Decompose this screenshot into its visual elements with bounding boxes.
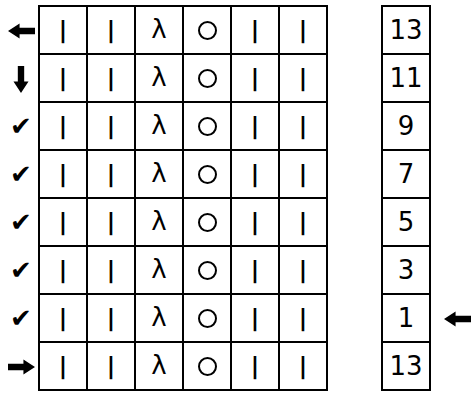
yarn-over-icon [198,357,217,376]
knit-stitch-glyph: | [107,19,115,42]
knit-stitch-glyph: | [107,67,115,90]
yarn-over-icon [198,213,217,232]
stitch-cell-knit-stitch: | [40,295,88,343]
stitch-cell-ssk-decrease: λ [136,151,184,199]
ssk-glyph: λ [151,64,166,90]
stitch-cell-ssk-decrease: λ [136,343,184,391]
stitch-cell-knit-stitch: | [88,151,136,199]
check-icon: ✔ [10,305,32,331]
knit-stitch-glyph: | [107,307,115,330]
pointer-cell [440,7,474,55]
row-number: 7 [398,161,415,187]
knit-stitch-glyph: | [299,67,307,90]
yarn-over-icon [198,165,217,184]
knit-stitch-glyph: | [107,211,115,234]
stitch-cell-ssk-decrease: λ [136,199,184,247]
row-numbers-column: 13119753113 [381,5,431,391]
stitch-cell-knit-stitch: | [280,343,328,391]
stitch-cell-knit-stitch: | [88,7,136,55]
row-marks-column: ✔✔✔✔✔ [4,7,38,391]
row-mark-cell: ✔ [4,151,38,199]
stitch-cell-knit-stitch: | [88,199,136,247]
pointer-cell [440,55,474,103]
row-mark-cell [4,7,38,55]
yarn-over-icon [198,21,217,40]
ssk-glyph: λ [151,256,166,282]
check-icon: ✔ [10,161,32,187]
row-number-cell: 11 [383,55,431,103]
row-mark-cell: ✔ [4,295,38,343]
stitch-cell-knit-stitch: | [232,247,280,295]
knit-stitch-glyph: | [251,67,259,90]
knit-stitch-glyph: | [251,19,259,42]
row-number-cell: 9 [383,103,431,151]
knit-stitch-glyph: | [107,259,115,282]
knit-stitch-glyph: | [59,67,67,90]
stitch-cell-yarn-over [184,55,232,103]
stitch-cell-knit-stitch: | [88,247,136,295]
stitch-cell-knit-stitch: | [280,295,328,343]
stitch-cell-ssk-decrease: λ [136,7,184,55]
current-row-pointer-column [440,7,474,391]
check-icon: ✔ [10,257,32,283]
knit-stitch-glyph: | [299,115,307,138]
check-icon: ✔ [10,209,32,235]
knit-stitch-glyph: | [107,115,115,138]
stitch-cell-knit-stitch: | [88,295,136,343]
stitch-cell-knit-stitch: | [232,295,280,343]
stitch-cell-ssk-decrease: λ [136,295,184,343]
stitch-cell-knit-stitch: | [40,247,88,295]
knit-stitch-glyph: | [107,163,115,186]
ssk-glyph: λ [151,304,166,330]
stitch-cell-knit-stitch: | [88,55,136,103]
row-number-cell: 13 [383,7,431,55]
row-number-cell: 13 [383,343,431,391]
stitch-cell-yarn-over [184,103,232,151]
row-number: 13 [389,353,422,379]
ssk-glyph: λ [151,208,166,234]
stitch-cell-knit-stitch: | [40,151,88,199]
ssk-glyph: λ [151,16,166,42]
knit-stitch-glyph: | [251,115,259,138]
knit-stitch-glyph: | [107,355,115,378]
stitch-cell-knit-stitch: | [88,103,136,151]
pointer-cell [440,295,474,343]
chart-layout: ✔✔✔✔✔ ||λ||||λ||||λ||||λ||||λ||||λ||||λ|… [0,0,474,391]
knit-stitch-glyph: | [299,259,307,282]
row-number-cell: 1 [383,295,431,343]
stitch-cell-knit-stitch: | [40,103,88,151]
knit-stitch-glyph: | [299,211,307,234]
knit-stitch-glyph: | [59,19,67,42]
ssk-glyph: λ [151,352,166,378]
yarn-over-icon [198,117,217,136]
knit-stitch-glyph: | [59,259,67,282]
knit-stitch-glyph: | [251,355,259,378]
stitch-cell-knit-stitch: | [40,343,88,391]
pointer-cell [440,343,474,391]
knit-stitch-glyph: | [59,211,67,234]
right-arrow-icon [8,358,35,376]
stitch-cell-knit-stitch: | [280,199,328,247]
row-number-cell: 3 [383,247,431,295]
stitch-cell-yarn-over [184,199,232,247]
stitch-cell-knit-stitch: | [232,103,280,151]
stitch-cell-knit-stitch: | [232,343,280,391]
knit-stitch-glyph: | [251,307,259,330]
knit-stitch-glyph: | [299,307,307,330]
row-number-cell: 7 [383,151,431,199]
current-row-pointer-icon [444,310,471,328]
knit-stitch-glyph: | [251,211,259,234]
row-mark-cell [4,55,38,103]
stitch-cell-knit-stitch: | [40,199,88,247]
stitch-cell-knit-stitch: | [280,7,328,55]
down-arrow-icon [12,66,30,93]
stitch-cell-ssk-decrease: λ [136,55,184,103]
knit-stitch-glyph: | [251,163,259,186]
knit-stitch-glyph: | [59,307,67,330]
row-number-cell: 5 [383,199,431,247]
knit-stitch-glyph: | [299,355,307,378]
stitch-cell-knit-stitch: | [280,103,328,151]
stitch-grid: ||λ||||λ||||λ||||λ||||λ||||λ||||λ||||λ|| [38,5,328,391]
knitting-chart: ✔✔✔✔✔ ||λ||||λ||||λ||||λ||||λ||||λ||||λ|… [0,0,474,399]
row-number: 3 [398,257,415,283]
stitch-cell-knit-stitch: | [232,151,280,199]
ssk-glyph: λ [151,112,166,138]
stitch-cell-knit-stitch: | [232,7,280,55]
row-number: 11 [389,65,422,91]
stitch-cell-knit-stitch: | [280,151,328,199]
row-mark-cell: ✔ [4,247,38,295]
stitch-cell-knit-stitch: | [88,343,136,391]
stitch-cell-knit-stitch: | [280,247,328,295]
stitch-cell-knit-stitch: | [280,55,328,103]
row-number: 1 [398,305,415,331]
knit-stitch-glyph: | [59,355,67,378]
stitch-cell-yarn-over [184,7,232,55]
yarn-over-icon [198,69,217,88]
pointer-cell [440,199,474,247]
stitch-cell-ssk-decrease: λ [136,103,184,151]
stitch-cell-knit-stitch: | [40,7,88,55]
knit-stitch-glyph: | [59,115,67,138]
row-mark-cell [4,343,38,391]
pointer-cell [440,151,474,199]
row-mark-cell: ✔ [4,103,38,151]
stitch-cell-yarn-over [184,295,232,343]
check-icon: ✔ [10,113,32,139]
row-mark-cell: ✔ [4,199,38,247]
yarn-over-icon [198,261,217,280]
stitch-cell-knit-stitch: | [40,55,88,103]
stitch-cell-yarn-over [184,343,232,391]
stitch-cell-knit-stitch: | [232,55,280,103]
pointer-cell [440,247,474,295]
yarn-over-icon [198,309,217,328]
stitch-cell-ssk-decrease: λ [136,247,184,295]
stitch-cell-knit-stitch: | [232,199,280,247]
row-number: 9 [398,113,415,139]
knit-stitch-glyph: | [251,259,259,282]
stitch-cell-yarn-over [184,247,232,295]
stitch-cell-yarn-over [184,151,232,199]
left-arrow-icon [8,22,35,40]
row-number: 5 [398,209,415,235]
knit-stitch-glyph: | [59,163,67,186]
row-number: 13 [389,17,422,43]
knit-stitch-glyph: | [299,163,307,186]
pointer-cell [440,103,474,151]
ssk-glyph: λ [151,160,166,186]
knit-stitch-glyph: | [299,19,307,42]
